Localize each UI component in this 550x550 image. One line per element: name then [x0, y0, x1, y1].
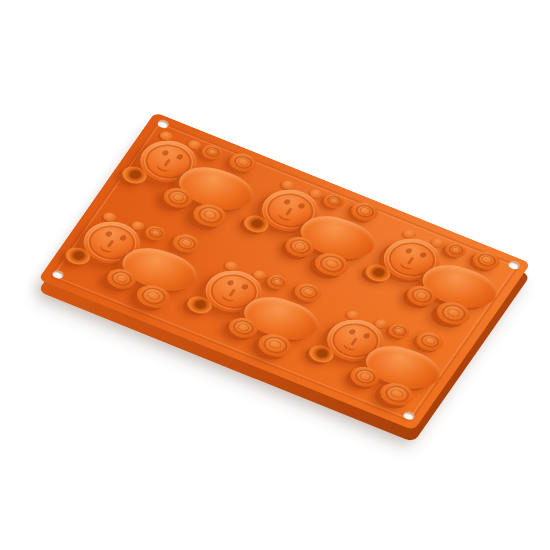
bear-paw-disc	[442, 240, 469, 260]
silicone-mold	[38, 112, 531, 431]
product-photo	[0, 0, 550, 550]
bear-eye	[297, 202, 306, 209]
bear-mouth	[342, 340, 360, 352]
bear-eye	[104, 230, 113, 237]
bear-paw-disc	[320, 191, 347, 211]
bear-paw-disc	[142, 223, 169, 243]
bear-eye	[362, 332, 371, 339]
bear-paw-disc	[347, 199, 382, 224]
bear-eye	[161, 149, 170, 156]
bear-paw-disc	[264, 272, 291, 292]
bear-mouth	[398, 259, 416, 271]
bear-eye	[241, 283, 250, 290]
bear-eye	[419, 251, 428, 258]
bear-mouth	[155, 161, 173, 173]
bear-eye	[348, 328, 357, 335]
bear-paw-disc	[199, 142, 226, 162]
bear-paw-disc	[469, 248, 504, 273]
bear-mouth	[98, 242, 116, 254]
bear-mouth	[277, 210, 295, 222]
bear-paw-disc	[225, 150, 260, 175]
bear-eye	[405, 247, 414, 254]
bear-mouth	[220, 291, 238, 303]
bear-eye	[283, 198, 292, 205]
bear-eye	[119, 235, 128, 242]
bear-eye	[226, 279, 235, 286]
bear-eye	[175, 154, 184, 161]
bear-paw-disc	[385, 321, 412, 341]
